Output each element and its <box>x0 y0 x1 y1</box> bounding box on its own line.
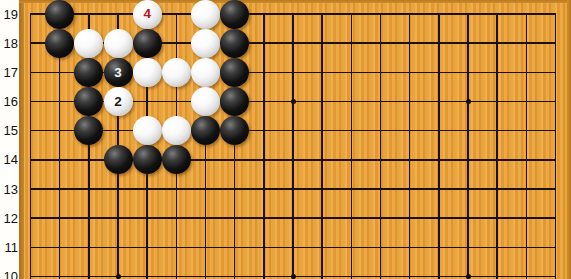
stone-black <box>104 145 133 174</box>
row-label-13: 13 <box>0 180 18 199</box>
stone-black <box>220 29 249 58</box>
stone-black <box>74 87 103 116</box>
stone-white <box>162 58 191 87</box>
board-edge-shade-right <box>567 0 571 279</box>
row-label-19: 19 <box>0 5 18 24</box>
row-label-10: 10 <box>0 267 18 279</box>
stone-black <box>45 0 74 29</box>
stone-white <box>133 116 162 145</box>
row-label-17: 17 <box>0 63 18 82</box>
stone-white <box>133 58 162 87</box>
stone-white <box>162 116 191 145</box>
stone-black <box>220 87 249 116</box>
grid-hline <box>30 247 557 249</box>
grid-vline <box>496 13 498 279</box>
stone-white <box>191 58 220 87</box>
row-label-14: 14 <box>0 150 18 169</box>
stone-black <box>162 145 191 174</box>
grid-vline <box>409 13 411 279</box>
stone-black <box>74 58 103 87</box>
star-point <box>466 99 471 104</box>
grid-vline <box>321 13 323 279</box>
stone-white-move-4: 4 <box>133 0 162 29</box>
move-number: 2 <box>114 95 122 109</box>
stone-black <box>74 116 103 145</box>
grid-vline <box>438 13 440 279</box>
row-label-15: 15 <box>0 121 18 140</box>
go-board[interactable]: 432 <box>19 0 571 279</box>
grid-vline <box>555 13 557 279</box>
row-label-12: 12 <box>0 209 18 228</box>
move-number: 3 <box>114 66 122 80</box>
stone-black <box>45 29 74 58</box>
grid-vline <box>263 13 265 279</box>
grid-vline <box>380 13 382 279</box>
stone-black <box>191 116 220 145</box>
star-point <box>466 274 471 279</box>
star-point <box>291 274 296 279</box>
row-coordinate-strip: 19181716151413121110 <box>0 0 19 279</box>
star-point <box>116 274 121 279</box>
stone-black <box>220 116 249 145</box>
grid-hline <box>30 217 557 219</box>
stone-black <box>220 58 249 87</box>
go-diagram: 19181716151413121110 432 <box>0 0 571 279</box>
grid-vline <box>351 13 353 279</box>
grid-hline <box>30 188 557 190</box>
move-number: 4 <box>143 7 151 21</box>
grid-vline <box>526 13 528 279</box>
stone-white <box>104 29 133 58</box>
row-label-16: 16 <box>0 92 18 111</box>
board-edge-shade-top <box>19 0 571 3</box>
stone-white-move-2: 2 <box>104 87 133 116</box>
grid-vline <box>30 13 32 279</box>
stone-black <box>220 0 249 29</box>
grid-vline <box>467 13 469 279</box>
board-edge-shade-left <box>19 0 24 279</box>
stone-black <box>133 29 162 58</box>
stone-white <box>191 29 220 58</box>
row-label-18: 18 <box>0 34 18 53</box>
stone-white <box>74 29 103 58</box>
stone-white <box>191 0 220 29</box>
stone-black <box>133 145 162 174</box>
grid-hline <box>30 13 557 15</box>
stone-black-move-3: 3 <box>104 58 133 87</box>
stone-white <box>191 87 220 116</box>
row-label-11: 11 <box>0 238 18 257</box>
star-point <box>291 99 296 104</box>
grid-hline <box>30 130 557 132</box>
grid-vline <box>292 13 294 279</box>
